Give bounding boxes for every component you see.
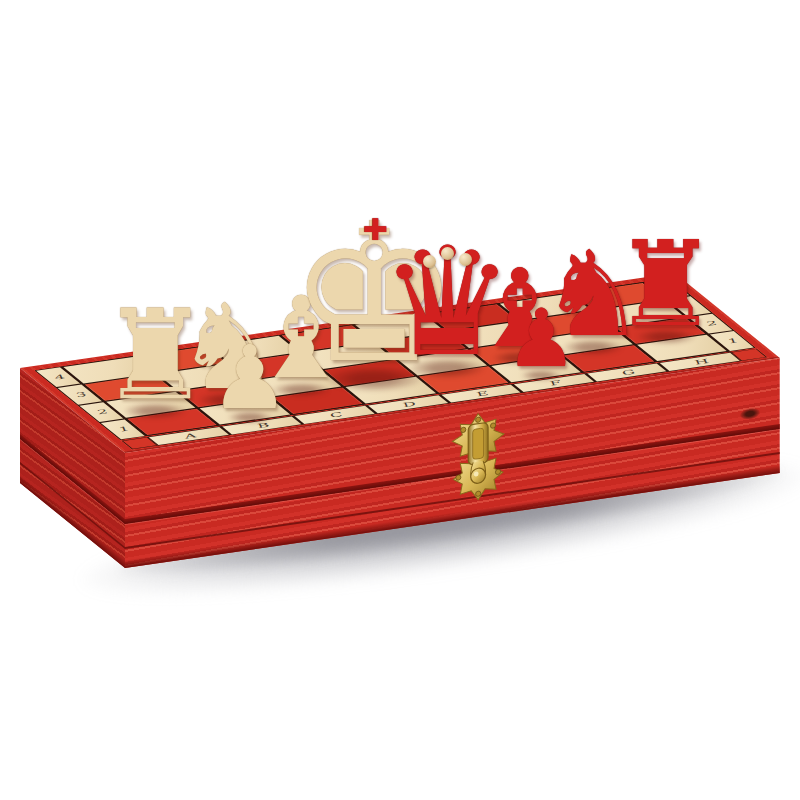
rank-label: 3 bbox=[71, 391, 89, 399]
wood-knot bbox=[740, 407, 760, 421]
box-bottom-edge bbox=[20, 475, 125, 568]
file-label: H bbox=[689, 358, 711, 366]
brass-clasp-icon bbox=[440, 406, 515, 509]
piece-red-pawn: ♟ bbox=[506, 299, 578, 379]
file-label: A bbox=[179, 432, 198, 440]
file-label: G bbox=[617, 368, 637, 376]
king-cross-finial-icon: ✚ bbox=[363, 215, 388, 245]
file-label: E bbox=[471, 390, 490, 398]
rank-label: 4 bbox=[49, 373, 67, 381]
piece-natural-pawn: ♟ bbox=[210, 334, 289, 422]
rank-label: 1 bbox=[723, 337, 741, 345]
product-photo-scene: 4321 21 ABCDEFGH ♜♞♝♚♛♝♞♜♟♟✚ bbox=[0, 0, 800, 800]
lid-seam bbox=[20, 434, 125, 524]
file-label: C bbox=[325, 411, 345, 419]
piece-red-rook: ♜ bbox=[613, 225, 719, 343]
